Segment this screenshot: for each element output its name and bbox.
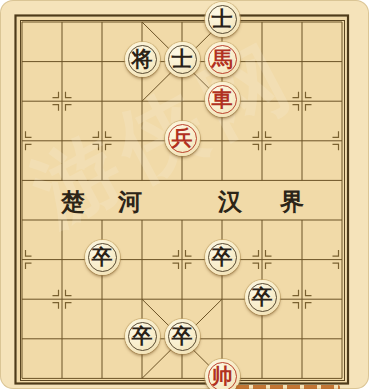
piece-glyph: 士 bbox=[205, 2, 240, 37]
piece-glyph: 士 bbox=[165, 42, 200, 77]
piece-glyph: 兵 bbox=[165, 121, 200, 156]
piece-glyph: 将 bbox=[125, 42, 160, 77]
piece-glyph: 卒 bbox=[205, 240, 240, 275]
piece-red-general[interactable]: 帅 bbox=[205, 359, 240, 389]
screenshot-stage: 游侠网 楚河 汉界 士将士馬車兵卒卒卒卒卒帅 bbox=[0, 0, 369, 390]
xiangqi-board-card: 游侠网 楚河 汉界 士将士馬車兵卒卒卒卒卒帅 bbox=[0, 0, 369, 389]
piece-black-soldier[interactable]: 卒 bbox=[245, 280, 280, 315]
piece-red-chariot[interactable]: 車 bbox=[205, 82, 240, 117]
piece-black-general[interactable]: 将 bbox=[125, 42, 160, 77]
piece-red-soldier[interactable]: 兵 bbox=[165, 121, 200, 156]
piece-glyph: 帅 bbox=[205, 359, 240, 389]
piece-black-soldier[interactable]: 卒 bbox=[125, 319, 160, 354]
piece-black-advisor[interactable]: 士 bbox=[165, 42, 200, 77]
piece-black-soldier[interactable]: 卒 bbox=[85, 240, 120, 275]
watermark-fragment bbox=[236, 385, 340, 389]
piece-glyph: 車 bbox=[205, 82, 240, 117]
piece-glyph: 卒 bbox=[245, 280, 280, 315]
piece-red-horse[interactable]: 馬 bbox=[205, 42, 240, 77]
piece-glyph: 馬 bbox=[205, 42, 240, 77]
piece-black-soldier[interactable]: 卒 bbox=[205, 240, 240, 275]
piece-glyph: 卒 bbox=[165, 319, 200, 354]
piece-glyph: 卒 bbox=[85, 240, 120, 275]
piece-glyph: 卒 bbox=[125, 319, 160, 354]
piece-black-soldier[interactable]: 卒 bbox=[165, 319, 200, 354]
pieces-grid: 士将士馬車兵卒卒卒卒卒帅 bbox=[2, 2, 362, 389]
piece-black-advisor[interactable]: 士 bbox=[205, 2, 240, 37]
